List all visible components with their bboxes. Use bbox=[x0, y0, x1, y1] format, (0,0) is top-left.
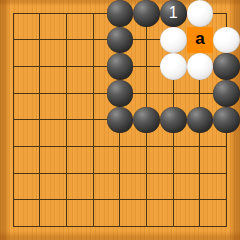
board-point[interactable] bbox=[133, 53, 160, 80]
board-point[interactable] bbox=[53, 80, 80, 107]
board-point[interactable] bbox=[27, 133, 54, 160]
board-point[interactable] bbox=[107, 187, 134, 214]
board-point[interactable] bbox=[213, 133, 240, 160]
board-point[interactable] bbox=[187, 53, 214, 80]
black-stone[interactable]: 1 bbox=[160, 0, 187, 27]
board-point[interactable] bbox=[53, 160, 80, 187]
board-point[interactable] bbox=[107, 107, 134, 134]
board-point[interactable] bbox=[160, 80, 187, 107]
board-point[interactable] bbox=[107, 0, 134, 27]
black-stone[interactable] bbox=[187, 107, 214, 134]
board-point[interactable] bbox=[80, 53, 107, 80]
board-point[interactable] bbox=[133, 160, 160, 187]
board-point[interactable] bbox=[80, 0, 107, 27]
black-stone[interactable] bbox=[213, 107, 240, 134]
board-point[interactable] bbox=[133, 107, 160, 134]
black-stone[interactable] bbox=[107, 0, 134, 27]
board-point[interactable] bbox=[53, 107, 80, 134]
board-point[interactable] bbox=[27, 160, 54, 187]
board-point[interactable] bbox=[187, 107, 214, 134]
board-point[interactable] bbox=[187, 133, 214, 160]
white-stone[interactable] bbox=[160, 27, 187, 54]
go-board: 1a bbox=[0, 0, 240, 240]
board-point[interactable] bbox=[107, 160, 134, 187]
board-point[interactable] bbox=[107, 27, 134, 54]
white-stone[interactable] bbox=[213, 27, 240, 54]
black-stone[interactable] bbox=[107, 107, 134, 134]
board-point[interactable] bbox=[0, 0, 27, 27]
board-point[interactable] bbox=[213, 53, 240, 80]
board-point[interactable] bbox=[160, 187, 187, 214]
board-point[interactable] bbox=[213, 0, 240, 27]
board-point[interactable] bbox=[53, 27, 80, 54]
board-point[interactable] bbox=[0, 187, 27, 214]
board-point[interactable] bbox=[53, 0, 80, 27]
board-point[interactable] bbox=[133, 133, 160, 160]
board-point[interactable] bbox=[0, 133, 27, 160]
black-stone[interactable] bbox=[107, 27, 134, 54]
board-point[interactable] bbox=[80, 213, 107, 240]
board-point[interactable] bbox=[27, 107, 54, 134]
black-stone[interactable] bbox=[213, 80, 240, 107]
board-point[interactable] bbox=[213, 160, 240, 187]
board-point[interactable] bbox=[160, 213, 187, 240]
board-point[interactable] bbox=[80, 27, 107, 54]
board-point[interactable] bbox=[80, 107, 107, 134]
board-point[interactable] bbox=[187, 0, 214, 27]
board-point[interactable] bbox=[160, 27, 187, 54]
board-point[interactable] bbox=[187, 187, 214, 214]
board-point[interactable] bbox=[187, 213, 214, 240]
white-stone[interactable] bbox=[187, 53, 214, 80]
board-point[interactable] bbox=[53, 213, 80, 240]
board-point[interactable] bbox=[27, 27, 54, 54]
board-point[interactable] bbox=[133, 213, 160, 240]
board-point[interactable] bbox=[107, 53, 134, 80]
board-point[interactable] bbox=[53, 53, 80, 80]
white-stone[interactable] bbox=[160, 53, 187, 80]
board-point[interactable] bbox=[0, 27, 27, 54]
black-stone[interactable] bbox=[133, 0, 160, 27]
board-point[interactable] bbox=[213, 213, 240, 240]
board-point[interactable] bbox=[0, 53, 27, 80]
board-point[interactable] bbox=[107, 80, 134, 107]
board-point[interactable] bbox=[53, 187, 80, 214]
board-point[interactable] bbox=[213, 80, 240, 107]
board-point[interactable] bbox=[53, 133, 80, 160]
board-point[interactable] bbox=[107, 213, 134, 240]
board-point[interactable]: a bbox=[187, 27, 214, 54]
board-point[interactable] bbox=[187, 160, 214, 187]
board-point[interactable] bbox=[0, 80, 27, 107]
point-label-square[interactable]: a bbox=[187, 27, 214, 54]
board-point[interactable] bbox=[27, 213, 54, 240]
board-point[interactable] bbox=[160, 133, 187, 160]
board-point[interactable] bbox=[0, 213, 27, 240]
board-point[interactable]: 1 bbox=[160, 0, 187, 27]
board-point[interactable] bbox=[80, 160, 107, 187]
black-stone[interactable] bbox=[213, 53, 240, 80]
white-stone[interactable] bbox=[187, 0, 214, 27]
board-point[interactable] bbox=[213, 27, 240, 54]
board-point[interactable] bbox=[213, 187, 240, 214]
board-point[interactable] bbox=[133, 27, 160, 54]
board-point[interactable] bbox=[160, 107, 187, 134]
board-point[interactable] bbox=[27, 187, 54, 214]
point-label-text: a bbox=[195, 30, 204, 47]
board-point[interactable] bbox=[0, 160, 27, 187]
board-point[interactable] bbox=[27, 0, 54, 27]
board-point[interactable] bbox=[133, 80, 160, 107]
black-stone[interactable] bbox=[107, 80, 134, 107]
board-point[interactable] bbox=[27, 53, 54, 80]
board-point[interactable] bbox=[27, 80, 54, 107]
move-number-label: 1 bbox=[169, 5, 178, 21]
board-point[interactable] bbox=[187, 80, 214, 107]
board-point[interactable] bbox=[0, 107, 27, 134]
board-point[interactable] bbox=[80, 187, 107, 214]
board-point[interactable] bbox=[133, 0, 160, 27]
black-stone[interactable] bbox=[160, 107, 187, 134]
board-point[interactable] bbox=[160, 160, 187, 187]
board-point[interactable] bbox=[133, 187, 160, 214]
board-point[interactable] bbox=[80, 80, 107, 107]
board-point[interactable] bbox=[213, 107, 240, 134]
board-point[interactable] bbox=[80, 133, 107, 160]
board-point[interactable] bbox=[107, 133, 134, 160]
board-point[interactable] bbox=[160, 53, 187, 80]
black-stone[interactable] bbox=[133, 107, 160, 134]
black-stone[interactable] bbox=[107, 53, 134, 80]
